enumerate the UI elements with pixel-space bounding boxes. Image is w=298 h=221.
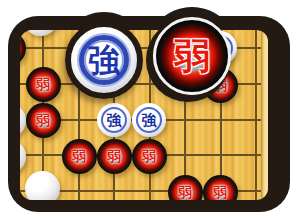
stone-char: 強: [107, 113, 122, 128]
stone-weak[interactable]: 弱: [62, 139, 97, 174]
stone-char: 弱: [36, 77, 50, 91]
legend-strong-char: 強: [88, 44, 120, 76]
stone-weak[interactable]: 弱: [168, 175, 203, 201]
stone-char: 弱: [36, 113, 50, 127]
stone-char: 弱: [72, 149, 86, 163]
stone-strong[interactable]: 強: [97, 103, 131, 137]
stone-weak[interactable]: 弱: [97, 139, 132, 174]
stone-white[interactable]: [20, 139, 26, 174]
stone-char: 弱: [107, 149, 121, 163]
stone-strong[interactable]: 強: [132, 103, 166, 137]
legend-weak-stone[interactable]: 弱: [153, 17, 231, 95]
stone-white[interactable]: [23, 30, 58, 36]
stone-weak[interactable]: 弱: [203, 175, 238, 201]
stone-white[interactable]: [20, 103, 26, 138]
stone-char: 弱: [213, 185, 227, 199]
stone-char: 強: [142, 113, 157, 128]
stone-white[interactable]: [25, 171, 60, 201]
stone-weak[interactable]: 弱: [20, 31, 26, 66]
grid-line-vertical: [255, 30, 257, 200]
go-board-scene: 弱弱弱強弱強強弱弱弱弱弱 強 弱: [0, 0, 298, 221]
stone-char: 弱: [142, 149, 156, 163]
stone-weak[interactable]: 弱: [26, 67, 61, 102]
legend-strong-stone[interactable]: 強: [65, 21, 143, 99]
stone-weak[interactable]: 弱: [132, 139, 167, 174]
stone-weak[interactable]: 弱: [26, 103, 61, 138]
stone-char: 弱: [178, 185, 192, 199]
legend-weak-char: 弱: [174, 38, 210, 74]
